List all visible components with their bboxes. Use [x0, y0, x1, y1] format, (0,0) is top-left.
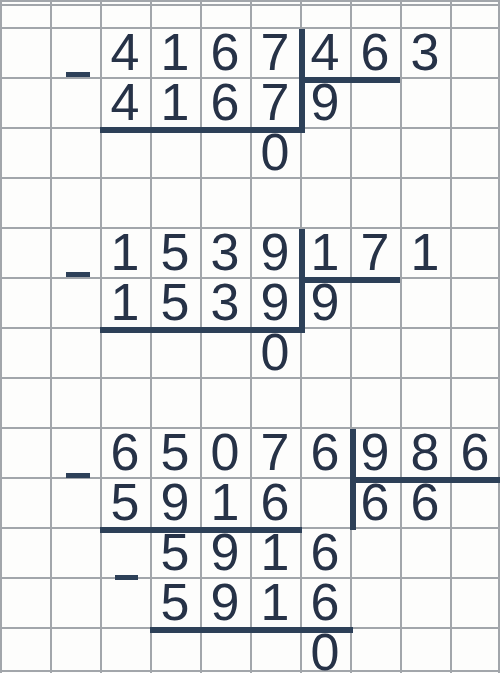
digit-cell: 7: [350, 227, 400, 277]
digit-cell: 9: [300, 277, 350, 327]
digit-cell: 4: [100, 27, 150, 77]
divisor-underline-3: [350, 477, 500, 483]
minus-sign-2: [66, 272, 90, 277]
digit-cell: 9: [200, 577, 250, 627]
digit-cell: 9: [350, 427, 400, 477]
digit-cell: 6: [300, 427, 350, 477]
digit-cell: 9: [200, 527, 250, 577]
subtrahend-underline-3a: [100, 527, 302, 533]
minus-sign-3b: [115, 575, 138, 580]
minus-sign-3a: [66, 473, 90, 478]
digit-cell: 6: [300, 527, 350, 577]
digit-cell: 5: [150, 227, 200, 277]
division-worksheet: 4167463416790153917115399065076986591666…: [0, 0, 500, 673]
digit-cell: 7: [250, 77, 300, 127]
digit-cell: 9: [300, 77, 350, 127]
digit-cell: 6: [350, 27, 400, 77]
digit-cell: 5: [100, 477, 150, 527]
digit-cell: 1: [150, 27, 200, 77]
digit-cell: 5: [150, 577, 200, 627]
digit-cell: 0: [250, 127, 300, 177]
subtrahend-underline-1: [100, 127, 305, 133]
digit-cell: 6: [450, 427, 500, 477]
digit-cell: 1: [250, 527, 300, 577]
digit-cell: 1: [150, 77, 200, 127]
digit-cell: 5: [150, 527, 200, 577]
digit-cell: 1: [200, 477, 250, 527]
divisor-underline-1: [300, 77, 400, 83]
digit-cell: 6: [200, 27, 250, 77]
digit-cell: 0: [250, 327, 300, 377]
digit-cell: 1: [250, 577, 300, 627]
paper-edge-line-bottom: [0, 670, 500, 672]
digit-cell: 6: [400, 477, 450, 527]
digit-cell: 3: [200, 277, 250, 327]
digit-cell: 0: [200, 427, 250, 477]
divisor-underline-2: [300, 277, 400, 283]
digit-cell: 3: [200, 227, 250, 277]
digit-cell: 9: [250, 227, 300, 277]
paper-edge-line-top: [0, 0, 500, 2]
digit-cell: 1: [400, 227, 450, 277]
digit-cell: 7: [250, 27, 300, 77]
digit-cell: 1: [300, 227, 350, 277]
digit-cell: 4: [300, 27, 350, 77]
digit-cell: 6: [200, 77, 250, 127]
digit-cell: 7: [250, 427, 300, 477]
subtrahend-underline-2: [100, 327, 305, 333]
digit-cell: 6: [300, 577, 350, 627]
digit-cell: 6: [250, 477, 300, 527]
minus-sign-1: [66, 72, 90, 77]
digit-cell: 0: [300, 627, 350, 673]
digit-cell: 4: [100, 77, 150, 127]
digit-cell: 1: [100, 227, 150, 277]
subtrahend-underline-3b: [150, 627, 353, 633]
digit-cell: 5: [150, 427, 200, 477]
digit-cell: 9: [150, 477, 200, 527]
digit-cell: 9: [250, 277, 300, 327]
digit-cell: 1: [100, 277, 150, 327]
digit-cell: 8: [400, 427, 450, 477]
digit-cell: 6: [100, 427, 150, 477]
digit-cell: 6: [350, 477, 400, 527]
digit-cell: 3: [400, 27, 450, 77]
digit-cell: 5: [150, 277, 200, 327]
